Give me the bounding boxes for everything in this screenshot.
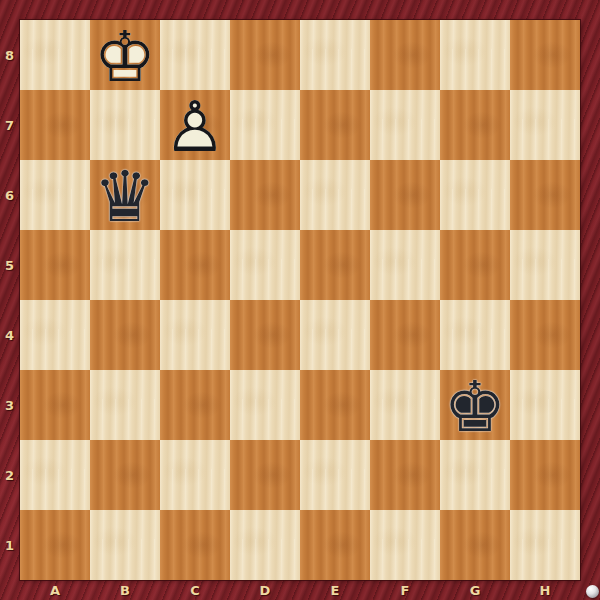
square-a3[interactable] <box>20 370 90 440</box>
black-queen-glyph: ♛ <box>90 160 160 230</box>
file-label-g: G <box>440 581 510 600</box>
chess-board <box>20 20 580 580</box>
square-h4[interactable] <box>510 300 580 370</box>
square-c2[interactable] <box>160 440 230 510</box>
chessboard-frame: ♚♔♟♙♛♚87654321ABCDEFGH <box>0 0 600 600</box>
square-b2[interactable] <box>90 440 160 510</box>
square-e8[interactable] <box>300 20 370 90</box>
square-a6[interactable] <box>20 160 90 230</box>
square-g2[interactable] <box>440 440 510 510</box>
square-c3[interactable] <box>160 370 230 440</box>
rank-label-6: 6 <box>0 160 19 230</box>
square-d6[interactable] <box>230 160 300 230</box>
square-h2[interactable] <box>510 440 580 510</box>
square-g1[interactable] <box>440 510 510 580</box>
white-king-b8[interactable]: ♚♔ <box>90 20 160 90</box>
square-d5[interactable] <box>230 230 300 300</box>
square-c1[interactable] <box>160 510 230 580</box>
square-e1[interactable] <box>300 510 370 580</box>
square-h8[interactable] <box>510 20 580 90</box>
file-label-d: D <box>230 581 300 600</box>
square-d2[interactable] <box>230 440 300 510</box>
square-h6[interactable] <box>510 160 580 230</box>
square-e5[interactable] <box>300 230 370 300</box>
square-c5[interactable] <box>160 230 230 300</box>
rank-label-1: 1 <box>0 510 19 580</box>
white-pawn-c7[interactable]: ♟♙ <box>160 90 230 160</box>
black-queen-b6[interactable]: ♛ <box>90 160 160 230</box>
square-d4[interactable] <box>230 300 300 370</box>
square-b7[interactable] <box>90 90 160 160</box>
square-h5[interactable] <box>510 230 580 300</box>
file-label-f: F <box>370 581 440 600</box>
square-d3[interactable] <box>230 370 300 440</box>
square-f4[interactable] <box>370 300 440 370</box>
white-to-move-indicator <box>586 585 599 598</box>
file-label-c: C <box>160 581 230 600</box>
square-e2[interactable] <box>300 440 370 510</box>
square-e6[interactable] <box>300 160 370 230</box>
square-f7[interactable] <box>370 90 440 160</box>
square-a1[interactable] <box>20 510 90 580</box>
square-a8[interactable] <box>20 20 90 90</box>
square-h7[interactable] <box>510 90 580 160</box>
file-label-a: A <box>20 581 90 600</box>
square-f1[interactable] <box>370 510 440 580</box>
square-g8[interactable] <box>440 20 510 90</box>
white-king-outline: ♔ <box>90 20 160 90</box>
square-a5[interactable] <box>20 230 90 300</box>
square-c4[interactable] <box>160 300 230 370</box>
square-f5[interactable] <box>370 230 440 300</box>
file-label-b: B <box>90 581 160 600</box>
square-d7[interactable] <box>230 90 300 160</box>
black-king-glyph: ♚ <box>440 370 510 440</box>
rank-label-4: 4 <box>0 300 19 370</box>
square-c8[interactable] <box>160 20 230 90</box>
rank-label-7: 7 <box>0 90 19 160</box>
rank-label-5: 5 <box>0 230 19 300</box>
square-e4[interactable] <box>300 300 370 370</box>
square-e3[interactable] <box>300 370 370 440</box>
square-a7[interactable] <box>20 90 90 160</box>
square-h1[interactable] <box>510 510 580 580</box>
square-f2[interactable] <box>370 440 440 510</box>
square-a4[interactable] <box>20 300 90 370</box>
rank-label-8: 8 <box>0 20 19 90</box>
square-c6[interactable] <box>160 160 230 230</box>
black-king-g3[interactable]: ♚ <box>440 370 510 440</box>
rank-label-2: 2 <box>0 440 19 510</box>
square-d8[interactable] <box>230 20 300 90</box>
file-label-h: H <box>510 581 580 600</box>
square-g5[interactable] <box>440 230 510 300</box>
square-b5[interactable] <box>90 230 160 300</box>
rank-label-3: 3 <box>0 370 19 440</box>
square-g6[interactable] <box>440 160 510 230</box>
square-d1[interactable] <box>230 510 300 580</box>
square-f8[interactable] <box>370 20 440 90</box>
square-b3[interactable] <box>90 370 160 440</box>
file-label-e: E <box>300 581 370 600</box>
square-h3[interactable] <box>510 370 580 440</box>
square-g7[interactable] <box>440 90 510 160</box>
square-a2[interactable] <box>20 440 90 510</box>
square-f3[interactable] <box>370 370 440 440</box>
white-pawn-outline: ♙ <box>160 90 230 160</box>
square-g4[interactable] <box>440 300 510 370</box>
square-b1[interactable] <box>90 510 160 580</box>
square-e7[interactable] <box>300 90 370 160</box>
square-f6[interactable] <box>370 160 440 230</box>
square-b4[interactable] <box>90 300 160 370</box>
